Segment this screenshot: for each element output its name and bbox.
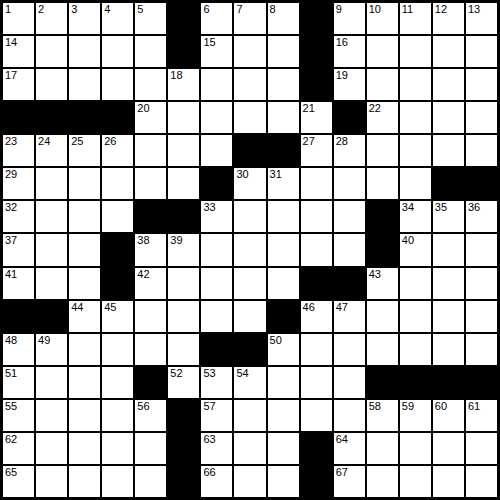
black-cell-r8c4 [102, 234, 133, 265]
cell-r2c3[interactable] [69, 36, 100, 67]
clue-number: 29 [5, 168, 17, 181]
cell-r8c8[interactable] [234, 234, 265, 265]
cell-r5c3[interactable]: 25 [69, 135, 100, 166]
cell-r13c1[interactable]: 55 [3, 400, 34, 431]
black-cell-r12c15 [466, 367, 497, 398]
clue-number: 2 [38, 3, 44, 16]
black-cell-r3c10 [301, 69, 332, 100]
clue-number: 3 [71, 3, 77, 16]
cell-r4c14[interactable] [433, 102, 464, 133]
clue-number: 39 [170, 234, 182, 247]
clue-number: 53 [203, 367, 215, 380]
cell-r3c14[interactable] [433, 69, 464, 100]
black-cell-r8c12 [367, 234, 398, 265]
black-cell-r12c5 [135, 367, 166, 398]
cell-r10c8[interactable] [234, 301, 265, 332]
cell-r4c15[interactable] [466, 102, 497, 133]
clue-number: 44 [71, 301, 83, 314]
cell-r1c13[interactable]: 11 [400, 3, 431, 34]
cell-r15c13[interactable] [400, 466, 431, 497]
cell-r7c7[interactable]: 33 [201, 201, 232, 232]
cell-r8c9[interactable] [268, 234, 299, 265]
cell-r7c15[interactable]: 36 [466, 201, 497, 232]
black-cell-r9c4 [102, 268, 133, 299]
cell-r7c2[interactable] [36, 201, 67, 232]
cell-r7c3[interactable] [69, 201, 100, 232]
clue-number: 35 [435, 201, 447, 214]
cell-r6c13[interactable] [400, 168, 431, 199]
cell-r3c1[interactable]: 17 [3, 69, 34, 100]
cell-r14c5[interactable] [135, 433, 166, 464]
clue-number: 52 [170, 367, 182, 380]
cell-r6c12[interactable] [367, 168, 398, 199]
cell-r15c2[interactable] [36, 466, 67, 497]
cell-r3c13[interactable] [400, 69, 431, 100]
crossword-grid: 1234567891011121314151617181920212223242… [0, 0, 500, 500]
cell-r5c1[interactable]: 23 [3, 135, 34, 166]
clue-number: 56 [137, 400, 149, 413]
cell-r7c1[interactable]: 32 [3, 201, 34, 232]
cell-r6c1[interactable]: 29 [3, 168, 34, 199]
cell-r2c14[interactable] [433, 36, 464, 67]
black-cell-r6c14 [433, 168, 464, 199]
cell-r4c6[interactable] [168, 102, 199, 133]
cell-r2c2[interactable] [36, 36, 67, 67]
cell-r8c15[interactable] [466, 234, 497, 265]
clue-number: 22 [369, 102, 381, 115]
cell-r7c13[interactable]: 34 [400, 201, 431, 232]
cell-r13c7[interactable]: 57 [201, 400, 232, 431]
cell-r1c1[interactable]: 1 [3, 3, 34, 34]
clue-number: 34 [402, 201, 414, 214]
clue-number: 60 [435, 400, 447, 413]
black-cell-r9c11 [334, 268, 365, 299]
cell-r8c1[interactable]: 37 [3, 234, 34, 265]
cell-r11c14[interactable] [433, 334, 464, 365]
clue-number: 21 [303, 102, 315, 115]
cell-r13c13[interactable]: 59 [400, 400, 431, 431]
cell-r6c9[interactable]: 31 [268, 168, 299, 199]
cell-r14c9[interactable] [268, 433, 299, 464]
cell-r14c12[interactable] [367, 433, 398, 464]
cell-r8c7[interactable] [201, 234, 232, 265]
black-cell-r4c11 [334, 102, 365, 133]
black-cell-r9c10 [301, 268, 332, 299]
clue-number: 55 [5, 400, 17, 413]
cell-r12c3[interactable] [69, 367, 100, 398]
cell-r8c14[interactable] [433, 234, 464, 265]
cell-r5c13[interactable] [400, 135, 431, 166]
cell-r14c3[interactable] [69, 433, 100, 464]
cell-r7c11[interactable] [334, 201, 365, 232]
clue-number: 10 [369, 3, 381, 16]
cell-r10c13[interactable] [400, 301, 431, 332]
cell-r9c9[interactable] [268, 268, 299, 299]
cell-r12c7[interactable]: 53 [201, 367, 232, 398]
cell-r12c10[interactable] [301, 367, 332, 398]
cell-r3c9[interactable] [268, 69, 299, 100]
cell-r2c15[interactable] [466, 36, 497, 67]
cell-r3c4[interactable] [102, 69, 133, 100]
cell-r1c5[interactable]: 5 [135, 3, 166, 34]
cell-r15c1[interactable]: 65 [3, 466, 34, 497]
cell-r6c5[interactable] [135, 168, 166, 199]
cell-r7c4[interactable] [102, 201, 133, 232]
cell-r7c14[interactable]: 35 [433, 201, 464, 232]
cell-r13c4[interactable] [102, 400, 133, 431]
cell-r2c5[interactable] [135, 36, 166, 67]
clue-number: 61 [468, 400, 480, 413]
cell-r11c6[interactable] [168, 334, 199, 365]
clue-number: 57 [203, 400, 215, 413]
cell-r13c14[interactable]: 60 [433, 400, 464, 431]
cell-r6c10[interactable] [301, 168, 332, 199]
black-cell-r7c5 [135, 201, 166, 232]
clue-number: 36 [468, 201, 480, 214]
clue-number: 24 [38, 135, 50, 148]
cell-r12c8[interactable]: 54 [234, 367, 265, 398]
clue-number: 33 [203, 201, 215, 214]
clue-number: 30 [236, 168, 248, 181]
cell-r10c3[interactable]: 44 [69, 301, 100, 332]
cell-r2c8[interactable] [234, 36, 265, 67]
cell-r3c2[interactable] [36, 69, 67, 100]
cell-r8c13[interactable]: 40 [400, 234, 431, 265]
cell-r6c4[interactable] [102, 168, 133, 199]
cell-r14c2[interactable] [36, 433, 67, 464]
clue-number: 32 [5, 201, 17, 214]
clue-number: 42 [137, 268, 149, 281]
cell-r8c3[interactable] [69, 234, 100, 265]
black-cell-r5c8 [234, 135, 265, 166]
cell-r1c3[interactable]: 3 [69, 3, 100, 34]
cell-r15c5[interactable] [135, 466, 166, 497]
clue-number: 13 [468, 3, 480, 16]
cell-r13c11[interactable] [334, 400, 365, 431]
cell-r15c15[interactable] [466, 466, 497, 497]
cell-r7c9[interactable] [268, 201, 299, 232]
cell-r5c15[interactable] [466, 135, 497, 166]
cell-r10c4[interactable]: 45 [102, 301, 133, 332]
cell-r13c8[interactable] [234, 400, 265, 431]
black-cell-r1c10 [301, 3, 332, 34]
clue-number: 8 [270, 3, 276, 16]
cell-r9c12[interactable]: 43 [367, 268, 398, 299]
cell-r11c11[interactable] [334, 334, 365, 365]
cell-r1c15[interactable]: 13 [466, 3, 497, 34]
black-cell-r5c9 [268, 135, 299, 166]
cell-r14c7[interactable]: 63 [201, 433, 232, 464]
clue-number: 54 [236, 367, 248, 380]
clue-number: 11 [402, 3, 413, 16]
cell-r1c12[interactable]: 10 [367, 3, 398, 34]
cell-r9c8[interactable] [234, 268, 265, 299]
cell-r5c14[interactable] [433, 135, 464, 166]
black-cell-r4c1 [3, 102, 34, 133]
cell-r1c9[interactable]: 8 [268, 3, 299, 34]
black-cell-r14c10 [301, 433, 332, 464]
clue-number: 66 [203, 466, 215, 479]
cell-r8c11[interactable] [334, 234, 365, 265]
cell-r1c7[interactable]: 6 [201, 3, 232, 34]
cell-r12c6[interactable]: 52 [168, 367, 199, 398]
cell-r3c5[interactable] [135, 69, 166, 100]
clue-number: 59 [402, 400, 414, 413]
cell-r4c12[interactable]: 22 [367, 102, 398, 133]
cell-r10c11[interactable]: 47 [334, 301, 365, 332]
cell-r11c5[interactable] [135, 334, 166, 365]
clue-number: 45 [104, 301, 116, 314]
cell-r10c5[interactable] [135, 301, 166, 332]
cell-r2c1[interactable]: 14 [3, 36, 34, 67]
clue-number: 28 [336, 135, 348, 148]
cell-r12c11[interactable] [334, 367, 365, 398]
cell-r8c2[interactable] [36, 234, 67, 265]
clue-number: 17 [5, 69, 17, 82]
black-cell-r12c14 [433, 367, 464, 398]
cell-r6c3[interactable] [69, 168, 100, 199]
cell-r3c8[interactable] [234, 69, 265, 100]
clue-number: 43 [369, 268, 381, 281]
clue-number: 16 [336, 36, 348, 49]
cell-r10c15[interactable] [466, 301, 497, 332]
cell-r2c11[interactable]: 16 [334, 36, 365, 67]
black-cell-r4c4 [102, 102, 133, 133]
black-cell-r4c2 [36, 102, 67, 133]
black-cell-r13c6 [168, 400, 199, 431]
clue-number: 20 [137, 102, 149, 115]
cell-r1c2[interactable]: 2 [36, 3, 67, 34]
cell-r13c9[interactable] [268, 400, 299, 431]
cell-r4c10[interactable]: 21 [301, 102, 332, 133]
cell-r2c4[interactable] [102, 36, 133, 67]
black-cell-r2c6 [168, 36, 199, 67]
clue-number: 6 [203, 3, 209, 16]
cell-r12c9[interactable] [268, 367, 299, 398]
cell-r1c8[interactable]: 7 [234, 3, 265, 34]
cell-r5c7[interactable] [201, 135, 232, 166]
cell-r14c1[interactable]: 62 [3, 433, 34, 464]
black-cell-r12c12 [367, 367, 398, 398]
cell-r9c15[interactable] [466, 268, 497, 299]
black-cell-r6c7 [201, 168, 232, 199]
cell-r11c2[interactable]: 49 [36, 334, 67, 365]
cell-r13c10[interactable] [301, 400, 332, 431]
cell-r6c8[interactable]: 30 [234, 168, 265, 199]
cell-r1c4[interactable]: 4 [102, 3, 133, 34]
black-cell-r10c2 [36, 301, 67, 332]
cell-r3c7[interactable] [201, 69, 232, 100]
cell-r14c11[interactable]: 64 [334, 433, 365, 464]
cell-r5c10[interactable]: 27 [301, 135, 332, 166]
cell-r5c11[interactable]: 28 [334, 135, 365, 166]
clue-number: 38 [137, 234, 149, 247]
cell-r4c13[interactable] [400, 102, 431, 133]
cell-r5c2[interactable]: 24 [36, 135, 67, 166]
cell-r11c4[interactable] [102, 334, 133, 365]
clue-number: 7 [236, 3, 242, 16]
cell-r14c13[interactable] [400, 433, 431, 464]
cell-r8c6[interactable]: 39 [168, 234, 199, 265]
clue-number: 41 [5, 268, 17, 281]
cell-r14c14[interactable] [433, 433, 464, 464]
black-cell-r15c10 [301, 466, 332, 497]
cell-r9c2[interactable] [36, 268, 67, 299]
cell-r10c12[interactable] [367, 301, 398, 332]
cell-r10c10[interactable]: 46 [301, 301, 332, 332]
cell-r5c12[interactable] [367, 135, 398, 166]
cell-r2c12[interactable] [367, 36, 398, 67]
cell-r5c4[interactable]: 26 [102, 135, 133, 166]
cell-r2c7[interactable]: 15 [201, 36, 232, 67]
black-cell-r12c13 [400, 367, 431, 398]
cell-r11c9[interactable]: 50 [268, 334, 299, 365]
cell-r10c14[interactable] [433, 301, 464, 332]
cell-r3c6[interactable]: 18 [168, 69, 199, 100]
cell-r11c12[interactable] [367, 334, 398, 365]
cell-r4c9[interactable] [268, 102, 299, 133]
clue-number: 40 [402, 234, 414, 247]
cell-r9c13[interactable] [400, 268, 431, 299]
cell-r9c14[interactable] [433, 268, 464, 299]
clue-number: 65 [5, 466, 17, 479]
black-cell-r2c10 [301, 36, 332, 67]
black-cell-r4c3 [69, 102, 100, 133]
clue-number: 37 [5, 234, 17, 247]
cell-r15c9[interactable] [268, 466, 299, 497]
black-cell-r7c6 [168, 201, 199, 232]
cell-r10c7[interactable] [201, 301, 232, 332]
cell-r13c12[interactable]: 58 [367, 400, 398, 431]
cell-r10c6[interactable] [168, 301, 199, 332]
clue-number: 19 [336, 69, 348, 82]
cell-r1c14[interactable]: 12 [433, 3, 464, 34]
cell-r11c15[interactable] [466, 334, 497, 365]
clue-number: 63 [203, 433, 215, 446]
cell-r15c3[interactable] [69, 466, 100, 497]
clue-number: 25 [71, 135, 83, 148]
clue-number: 4 [104, 3, 110, 16]
cell-r3c12[interactable] [367, 69, 398, 100]
clue-number: 26 [104, 135, 116, 148]
black-cell-r10c1 [3, 301, 34, 332]
cell-r7c10[interactable] [301, 201, 332, 232]
cell-r13c5[interactable]: 56 [135, 400, 166, 431]
clue-number: 48 [5, 334, 17, 347]
cell-r14c15[interactable] [466, 433, 497, 464]
cell-r6c2[interactable] [36, 168, 67, 199]
cell-r9c7[interactable] [201, 268, 232, 299]
cell-r3c15[interactable] [466, 69, 497, 100]
cell-r5c5[interactable] [135, 135, 166, 166]
cell-r15c11[interactable]: 67 [334, 466, 365, 497]
cell-r4c7[interactable] [201, 102, 232, 133]
black-cell-r11c7 [201, 334, 232, 365]
clue-number: 12 [435, 3, 447, 16]
clue-number: 49 [38, 334, 50, 347]
black-cell-r11c8 [234, 334, 265, 365]
cell-r1c11[interactable]: 9 [334, 3, 365, 34]
cell-r9c3[interactable] [69, 268, 100, 299]
cell-r8c5[interactable]: 38 [135, 234, 166, 265]
cell-r6c11[interactable] [334, 168, 365, 199]
cell-r3c3[interactable] [69, 69, 100, 100]
cell-r14c4[interactable] [102, 433, 133, 464]
clue-number: 47 [336, 301, 348, 314]
cell-r12c4[interactable] [102, 367, 133, 398]
clue-number: 58 [369, 400, 381, 413]
cell-r13c3[interactable] [69, 400, 100, 431]
clue-number: 27 [303, 135, 315, 148]
cell-r12c1[interactable]: 51 [3, 367, 34, 398]
black-cell-r15c6 [168, 466, 199, 497]
cell-r9c6[interactable] [168, 268, 199, 299]
clue-number: 50 [270, 334, 282, 347]
cell-r13c15[interactable]: 61 [466, 400, 497, 431]
clue-number: 1 [5, 3, 11, 16]
clue-number: 5 [137, 3, 143, 16]
clue-number: 15 [203, 36, 215, 49]
cell-r15c4[interactable] [102, 466, 133, 497]
clue-number: 67 [336, 466, 348, 479]
clue-number: 31 [270, 168, 282, 181]
clue-number: 64 [336, 433, 348, 446]
cell-r5c6[interactable] [168, 135, 199, 166]
cell-r11c10[interactable] [301, 334, 332, 365]
cell-r15c12[interactable] [367, 466, 398, 497]
cell-r4c8[interactable] [234, 102, 265, 133]
cell-r15c8[interactable] [234, 466, 265, 497]
cell-r14c8[interactable] [234, 433, 265, 464]
black-cell-r14c6 [168, 433, 199, 464]
clue-number: 51 [5, 367, 17, 380]
black-cell-r10c9 [268, 301, 299, 332]
cell-r4c5[interactable]: 20 [135, 102, 166, 133]
clue-number: 18 [170, 69, 182, 82]
clue-number: 14 [5, 36, 17, 49]
clue-number: 9 [336, 3, 342, 16]
cell-r11c13[interactable] [400, 334, 431, 365]
black-cell-r1c6 [168, 3, 199, 34]
cell-r15c14[interactable] [433, 466, 464, 497]
black-cell-r7c12 [367, 201, 398, 232]
cell-r7c8[interactable] [234, 201, 265, 232]
cell-r3c11[interactable]: 19 [334, 69, 365, 100]
cell-r2c13[interactable] [400, 36, 431, 67]
clue-number: 46 [303, 301, 315, 314]
cell-r2c9[interactable] [268, 36, 299, 67]
cell-r15c7[interactable]: 66 [201, 466, 232, 497]
cell-r6c6[interactable] [168, 168, 199, 199]
cell-r12c2[interactable] [36, 367, 67, 398]
cell-r13c2[interactable] [36, 400, 67, 431]
cell-r9c1[interactable]: 41 [3, 268, 34, 299]
cell-r9c5[interactable]: 42 [135, 268, 166, 299]
black-cell-r6c15 [466, 168, 497, 199]
cell-r11c3[interactable] [69, 334, 100, 365]
cell-r11c1[interactable]: 48 [3, 334, 34, 365]
clue-number: 23 [5, 135, 17, 148]
cell-r8c10[interactable] [301, 234, 332, 265]
clue-number: 62 [5, 433, 17, 446]
